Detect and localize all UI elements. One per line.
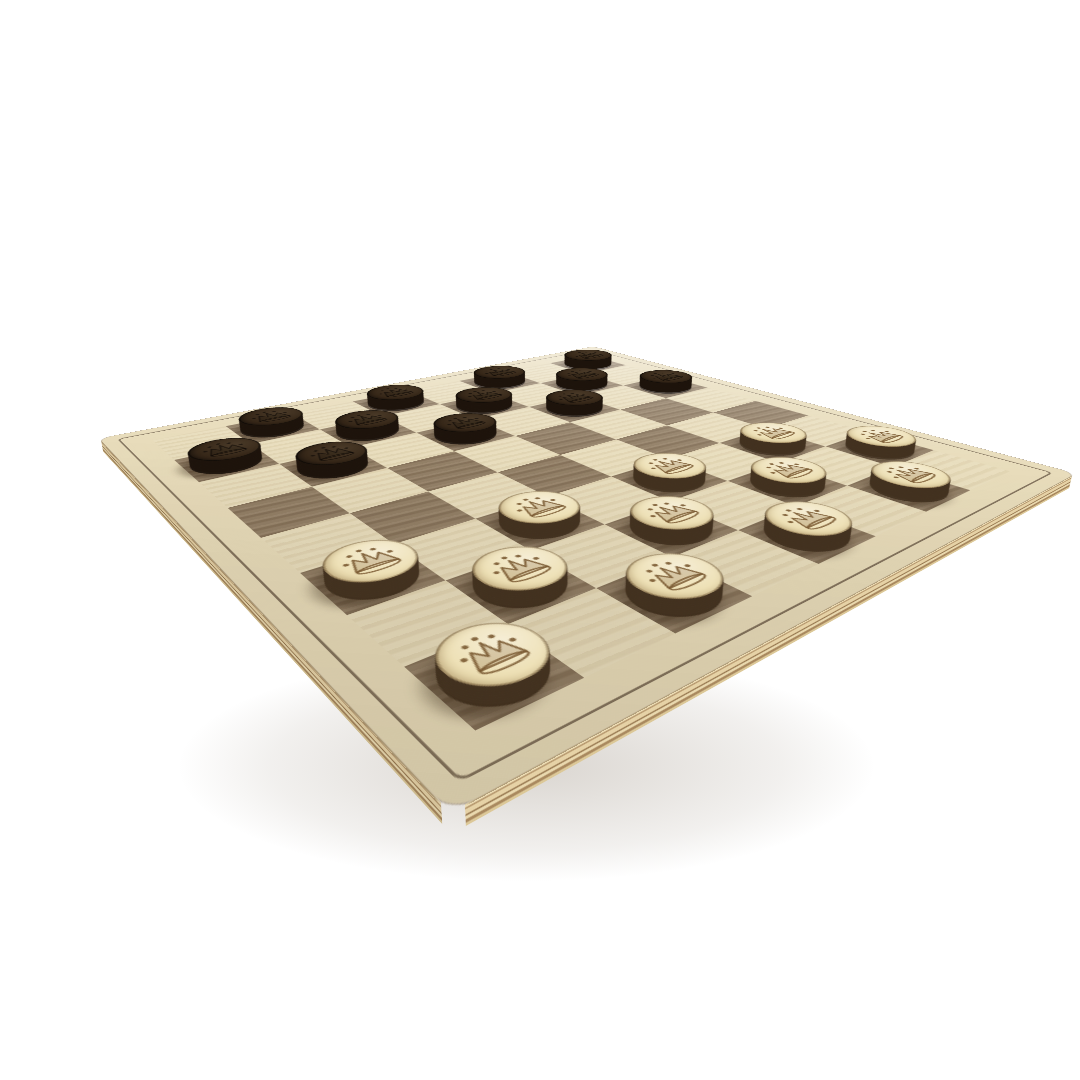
- light-piece: [613, 505, 729, 553]
- light-piece: [833, 434, 927, 464]
- product-photo: [0, 0, 1080, 1080]
- light-piece: [455, 555, 586, 619]
